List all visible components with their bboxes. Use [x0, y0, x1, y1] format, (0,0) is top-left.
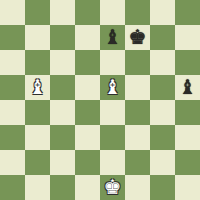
square-g5[interactable]: [150, 75, 175, 100]
square-f2[interactable]: [125, 150, 150, 175]
square-d4[interactable]: [75, 100, 100, 125]
chess-board: ♝♚♝♝♝♚: [0, 0, 200, 200]
square-b6[interactable]: [25, 50, 50, 75]
square-a2[interactable]: [0, 150, 25, 175]
square-a6[interactable]: [0, 50, 25, 75]
square-d7[interactable]: [75, 25, 100, 50]
square-f7[interactable]: ♚: [125, 25, 150, 50]
square-h7[interactable]: [175, 25, 200, 50]
square-e6[interactable]: [100, 50, 125, 75]
square-e5[interactable]: ♝: [100, 75, 125, 100]
square-g7[interactable]: [150, 25, 175, 50]
square-e3[interactable]: [100, 125, 125, 150]
square-c2[interactable]: [50, 150, 75, 175]
square-g1[interactable]: [150, 175, 175, 200]
square-h3[interactable]: [175, 125, 200, 150]
white-bishop[interactable]: ♝: [25, 75, 50, 100]
square-b1[interactable]: [25, 175, 50, 200]
square-g2[interactable]: [150, 150, 175, 175]
square-b3[interactable]: [25, 125, 50, 150]
white-king[interactable]: ♚: [100, 175, 125, 200]
square-d3[interactable]: [75, 125, 100, 150]
square-e4[interactable]: [100, 100, 125, 125]
black-king[interactable]: ♚: [125, 25, 150, 50]
square-d8[interactable]: [75, 0, 100, 25]
square-f5[interactable]: [125, 75, 150, 100]
square-c6[interactable]: [50, 50, 75, 75]
square-c7[interactable]: [50, 25, 75, 50]
square-h2[interactable]: [175, 150, 200, 175]
square-e1[interactable]: ♚: [100, 175, 125, 200]
square-f3[interactable]: [125, 125, 150, 150]
square-a1[interactable]: [0, 175, 25, 200]
square-h5[interactable]: ♝: [175, 75, 200, 100]
square-b8[interactable]: [25, 0, 50, 25]
square-g3[interactable]: [150, 125, 175, 150]
white-bishop[interactable]: ♝: [100, 75, 125, 100]
square-e2[interactable]: [100, 150, 125, 175]
square-d5[interactable]: [75, 75, 100, 100]
square-g8[interactable]: [150, 0, 175, 25]
square-d2[interactable]: [75, 150, 100, 175]
square-c3[interactable]: [50, 125, 75, 150]
square-a3[interactable]: [0, 125, 25, 150]
square-h8[interactable]: [175, 0, 200, 25]
square-g4[interactable]: [150, 100, 175, 125]
square-a8[interactable]: [0, 0, 25, 25]
square-a4[interactable]: [0, 100, 25, 125]
square-b2[interactable]: [25, 150, 50, 175]
square-b5[interactable]: ♝: [25, 75, 50, 100]
square-c5[interactable]: [50, 75, 75, 100]
square-h6[interactable]: [175, 50, 200, 75]
square-c1[interactable]: [50, 175, 75, 200]
square-f4[interactable]: [125, 100, 150, 125]
square-f8[interactable]: [125, 0, 150, 25]
square-a5[interactable]: [0, 75, 25, 100]
square-e8[interactable]: [100, 0, 125, 25]
square-h1[interactable]: [175, 175, 200, 200]
black-bishop[interactable]: ♝: [175, 75, 200, 100]
square-b7[interactable]: [25, 25, 50, 50]
square-f6[interactable]: [125, 50, 150, 75]
square-c4[interactable]: [50, 100, 75, 125]
square-b4[interactable]: [25, 100, 50, 125]
square-g6[interactable]: [150, 50, 175, 75]
square-e7[interactable]: ♝: [100, 25, 125, 50]
square-d6[interactable]: [75, 50, 100, 75]
square-c8[interactable]: [50, 0, 75, 25]
square-f1[interactable]: [125, 175, 150, 200]
black-bishop[interactable]: ♝: [100, 25, 125, 50]
square-d1[interactable]: [75, 175, 100, 200]
square-h4[interactable]: [175, 100, 200, 125]
square-a7[interactable]: [0, 25, 25, 50]
